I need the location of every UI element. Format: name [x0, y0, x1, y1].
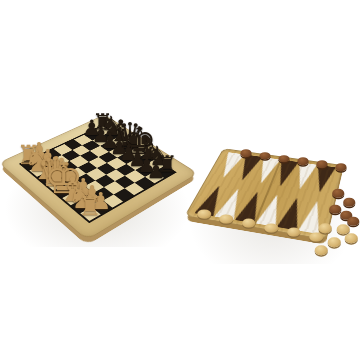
backgammon-checker-dark-loose-5[interactable]	[347, 217, 359, 226]
backgammon-checker-near-3[interactable]	[242, 219, 256, 228]
backgammon-checker-light-loose-2[interactable]	[337, 224, 350, 234]
backgammon-checker-far-2[interactable]	[260, 152, 271, 160]
backgammon-checker-light-loose-1[interactable]	[319, 223, 332, 233]
backgammon-checker-dark-loose-2[interactable]	[343, 198, 355, 207]
backgammon-checker-light-loose-5[interactable]	[315, 245, 328, 255]
chess-piece-black-pawn-h7[interactable]: ♟	[146, 160, 165, 181]
backgammon-checker-near-1[interactable]	[197, 210, 211, 219]
backgammon-checker-near-4[interactable]	[264, 223, 278, 232]
backgammon-checker-light-loose-3[interactable]	[328, 237, 341, 247]
backgammon-checker-near-6[interactable]	[309, 233, 323, 242]
backgammon-checker-far-3[interactable]	[279, 155, 290, 163]
product-photo-stage: ♜♞♝♛♚♝♞♜♟♟♟♟♟♟♟♟♟♟♟♟♟♟♟♟♜♞♝♛♚♝♞♜	[0, 0, 360, 360]
backgammon-checker-near-2[interactable]	[220, 214, 234, 223]
backgammon-checker-far-6[interactable]	[336, 163, 347, 171]
backgammon-checker-near-5[interactable]	[287, 228, 301, 237]
backgammon-checker-far-5[interactable]	[317, 160, 328, 168]
backgammon-checker-dark-loose-1[interactable]	[332, 189, 344, 198]
backgammon-checker-dark-loose-3[interactable]	[329, 205, 341, 214]
backgammon-checker-far-1[interactable]	[241, 149, 252, 157]
backgammon-checker-far-4[interactable]	[298, 158, 309, 166]
backgammon-checker-light-loose-4[interactable]	[345, 233, 358, 243]
piece-layer: ♜♞♝♛♚♝♞♜♟♟♟♟♟♟♟♟♟♟♟♟♟♟♟♟♜♞♝♛♚♝♞♜	[0, 0, 360, 360]
chess-piece-white-rook-h1[interactable]: ♜	[78, 194, 102, 221]
